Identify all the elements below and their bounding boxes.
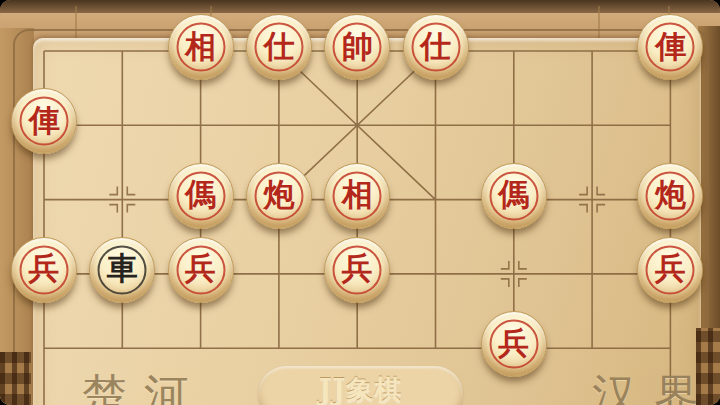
piece-red-advisor[interactable]: 仕 [246,14,312,80]
piece-glyph: 兵 [185,253,216,284]
decor-pillar-left [0,352,31,405]
piece-glyph: 兵 [342,253,373,284]
piece-glyph: 仕 [263,31,294,62]
piece-glyph: 仕 [420,31,451,62]
xiangqi-app-screen: 楚河 汉界 JJ象棋 相仕帥仕俥俥傌炮相傌炮兵車兵兵兵兵 [0,0,720,405]
piece-red-soldier[interactable]: 兵 [637,237,703,303]
piece-red-soldier[interactable]: 兵 [324,237,390,303]
piece-red-elephant[interactable]: 相 [324,163,390,229]
piece-red-soldier[interactable]: 兵 [168,237,234,303]
river-label-chu-he: 楚河 [82,366,206,405]
piece-red-advisor[interactable]: 仕 [403,14,469,80]
piece-red-cannon[interactable]: 炮 [246,163,312,229]
piece-glyph: 相 [185,31,216,62]
piece-glyph: 炮 [263,179,294,210]
piece-glyph: 傌 [498,179,529,210]
piece-red-chariot[interactable]: 俥 [637,14,703,80]
piece-red-general[interactable]: 帥 [324,14,390,80]
app-logo-text: JJ象棋 [319,372,403,405]
piece-glyph: 相 [342,179,373,210]
piece-glyph: 炮 [655,179,686,210]
piece-glyph: 俥 [29,105,60,136]
piece-red-chariot[interactable]: 俥 [11,88,77,154]
piece-red-soldier[interactable]: 兵 [481,311,547,377]
piece-red-cannon[interactable]: 炮 [637,163,703,229]
piece-glyph: 兵 [498,328,529,359]
piece-glyph: 兵 [29,253,60,284]
piece-red-elephant[interactable]: 相 [168,14,234,80]
decor-pillar-right [696,328,720,405]
piece-black-chariot[interactable]: 車 [89,237,155,303]
piece-glyph: 俥 [655,31,686,62]
piece-glyph: 傌 [185,179,216,210]
app-logo: JJ象棋 [258,366,463,405]
background-top-beam [0,0,720,13]
piece-glyph: 車 [107,253,138,284]
piece-glyph: 帥 [342,31,373,62]
piece-glyph: 兵 [655,253,686,284]
piece-red-horse[interactable]: 傌 [168,163,234,229]
piece-red-horse[interactable]: 傌 [481,163,547,229]
piece-red-soldier[interactable]: 兵 [11,237,77,303]
